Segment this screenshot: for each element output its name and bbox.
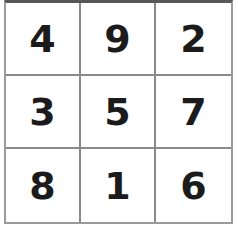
cell-r1c1: 4 bbox=[6, 3, 81, 76]
cell-r1c3: 2 bbox=[156, 3, 231, 76]
cell-r2c2: 5 bbox=[81, 76, 156, 149]
cell-r2c3: 7 bbox=[156, 76, 231, 149]
cell-r2c1: 3 bbox=[6, 76, 81, 149]
cell-r3c3: 6 bbox=[156, 149, 231, 222]
cell-r3c2: 1 bbox=[81, 149, 156, 222]
cell-r3c1: 8 bbox=[6, 149, 81, 222]
cell-r1c2: 9 bbox=[81, 3, 156, 76]
magic-square-board: 4 9 2 3 5 7 8 1 6 bbox=[4, 0, 233, 224]
grid: 4 9 2 3 5 7 8 1 6 bbox=[6, 3, 231, 222]
